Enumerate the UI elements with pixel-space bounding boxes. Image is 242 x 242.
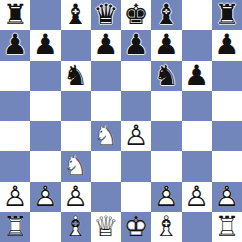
piece-white-pawn: ♟♙ <box>182 182 212 212</box>
piece-black-knight: ♞ <box>151 61 181 91</box>
square-a3[interactable] <box>0 151 30 181</box>
black-bishop-icon: ♝ <box>61 0 91 30</box>
white-king-icon: ♚ <box>121 212 151 242</box>
square-c5[interactable] <box>61 91 91 121</box>
piece-black-pawn: ♟ <box>0 30 30 60</box>
white-knight-outline-icon: ♘ <box>91 121 121 151</box>
piece-white-pawn: ♟♙ <box>61 182 91 212</box>
square-e5[interactable] <box>121 91 151 121</box>
square-h2[interactable]: ♟♙ <box>212 182 242 212</box>
piece-white-knight: ♞♘ <box>61 151 91 181</box>
square-b8[interactable] <box>30 0 60 30</box>
piece-white-bishop: ♝♗ <box>151 212 181 242</box>
square-c8[interactable]: ♝ <box>61 0 91 30</box>
black-knight-icon: ♞ <box>151 61 181 91</box>
piece-white-pawn: ♟♙ <box>30 182 60 212</box>
white-pawn-icon: ♟ <box>61 182 91 212</box>
black-pawn-icon: ♟ <box>91 30 121 60</box>
black-pawn-icon: ♟ <box>212 30 242 60</box>
piece-white-rook: ♜♖ <box>0 212 30 242</box>
piece-black-queen: ♛ <box>91 0 121 30</box>
square-c7[interactable] <box>61 30 91 60</box>
square-e3[interactable] <box>121 151 151 181</box>
square-e8[interactable]: ♚ <box>121 0 151 30</box>
piece-white-bishop: ♝♗ <box>61 212 91 242</box>
black-pawn-icon: ♟ <box>151 30 181 60</box>
white-pawn-icon: ♟ <box>212 182 242 212</box>
white-knight-outline-icon: ♘ <box>61 151 91 181</box>
black-knight-icon: ♞ <box>61 61 91 91</box>
square-a6[interactable] <box>0 61 30 91</box>
white-knight-icon: ♞ <box>61 151 91 181</box>
square-h4[interactable] <box>212 121 242 151</box>
square-a1[interactable]: ♜♖ <box>0 212 30 242</box>
square-a7[interactable]: ♟ <box>0 30 30 60</box>
piece-black-rook: ♜ <box>0 0 30 30</box>
white-rook-icon: ♜ <box>212 212 242 242</box>
piece-black-pawn: ♟ <box>182 61 212 91</box>
piece-black-bishop: ♝ <box>61 0 91 30</box>
square-a5[interactable] <box>0 91 30 121</box>
white-pawn-outline-icon: ♙ <box>121 121 151 151</box>
white-bishop-icon: ♝ <box>151 212 181 242</box>
square-f3[interactable] <box>151 151 181 181</box>
square-g6[interactable]: ♟ <box>182 61 212 91</box>
square-f2[interactable]: ♟♙ <box>151 182 181 212</box>
square-h3[interactable] <box>212 151 242 181</box>
square-g3[interactable] <box>182 151 212 181</box>
white-pawn-outline-icon: ♙ <box>61 182 91 212</box>
piece-white-pawn: ♟♙ <box>151 182 181 212</box>
white-knight-icon: ♞ <box>91 121 121 151</box>
square-d6[interactable] <box>91 61 121 91</box>
white-queen-icon: ♛ <box>91 212 121 242</box>
piece-black-pawn: ♟ <box>91 30 121 60</box>
piece-white-pawn: ♟♙ <box>212 182 242 212</box>
square-a8[interactable]: ♜ <box>0 0 30 30</box>
square-f1[interactable]: ♝♗ <box>151 212 181 242</box>
black-rook-icon: ♜ <box>0 0 30 30</box>
square-g7[interactable] <box>182 30 212 60</box>
square-g1[interactable] <box>182 212 212 242</box>
square-e6[interactable] <box>121 61 151 91</box>
square-f8[interactable]: ♝ <box>151 0 181 30</box>
white-pawn-outline-icon: ♙ <box>0 182 30 212</box>
square-h8[interactable]: ♜ <box>212 0 242 30</box>
black-queen-icon: ♛ <box>91 0 121 30</box>
white-pawn-outline-icon: ♙ <box>30 182 60 212</box>
square-a2[interactable]: ♟♙ <box>0 182 30 212</box>
square-e1[interactable]: ♚♔ <box>121 212 151 242</box>
white-pawn-outline-icon: ♙ <box>151 182 181 212</box>
square-h6[interactable] <box>212 61 242 91</box>
piece-white-pawn: ♟♙ <box>0 182 30 212</box>
piece-black-pawn: ♟ <box>212 30 242 60</box>
black-king-icon: ♚ <box>121 0 151 30</box>
square-c2[interactable]: ♟♙ <box>61 182 91 212</box>
piece-black-pawn: ♟ <box>151 30 181 60</box>
square-h1[interactable]: ♜♖ <box>212 212 242 242</box>
square-h5[interactable] <box>212 91 242 121</box>
square-d3[interactable] <box>91 151 121 181</box>
white-rook-icon: ♜ <box>0 212 30 242</box>
white-bishop-outline-icon: ♗ <box>61 212 91 242</box>
piece-white-king: ♚♔ <box>121 212 151 242</box>
piece-black-bishop: ♝ <box>151 0 181 30</box>
square-c3[interactable]: ♞♘ <box>61 151 91 181</box>
square-d4[interactable]: ♞♘ <box>91 121 121 151</box>
piece-white-queen: ♛♕ <box>91 212 121 242</box>
square-g4[interactable] <box>182 121 212 151</box>
white-rook-outline-icon: ♖ <box>0 212 30 242</box>
white-king-outline-icon: ♔ <box>121 212 151 242</box>
piece-white-knight: ♞♘ <box>91 121 121 151</box>
black-rook-icon: ♜ <box>212 0 242 30</box>
piece-black-king: ♚ <box>121 0 151 30</box>
black-bishop-icon: ♝ <box>151 0 181 30</box>
black-pawn-icon: ♟ <box>182 61 212 91</box>
square-f4[interactable] <box>151 121 181 151</box>
piece-white-rook: ♜♖ <box>212 212 242 242</box>
black-pawn-icon: ♟ <box>30 30 60 60</box>
square-b6[interactable] <box>30 61 60 91</box>
square-c1[interactable]: ♝♗ <box>61 212 91 242</box>
square-f6[interactable]: ♞ <box>151 61 181 91</box>
square-b1[interactable] <box>30 212 60 242</box>
square-f5[interactable] <box>151 91 181 121</box>
square-e4[interactable]: ♟♙ <box>121 121 151 151</box>
square-f7[interactable]: ♟ <box>151 30 181 60</box>
white-pawn-icon: ♟ <box>121 121 151 151</box>
white-rook-outline-icon: ♖ <box>212 212 242 242</box>
square-c4[interactable] <box>61 121 91 151</box>
white-pawn-icon: ♟ <box>151 182 181 212</box>
white-pawn-icon: ♟ <box>0 182 30 212</box>
white-bishop-icon: ♝ <box>61 212 91 242</box>
square-c6[interactable]: ♞ <box>61 61 91 91</box>
black-pawn-icon: ♟ <box>121 30 151 60</box>
chess-board: ♜♝♛♚♝♜♟♟♟♟♟♟♞♞♟♞♘♟♙♞♘♟♙♟♙♟♙♟♙♟♙♟♙♜♖♝♗♛♕♚… <box>0 0 242 242</box>
piece-black-rook: ♜ <box>212 0 242 30</box>
square-g8[interactable] <box>182 0 212 30</box>
square-b4[interactable] <box>30 121 60 151</box>
square-d2[interactable] <box>91 182 121 212</box>
piece-black-pawn: ♟ <box>30 30 60 60</box>
square-a4[interactable] <box>0 121 30 151</box>
square-g5[interactable] <box>182 91 212 121</box>
square-b7[interactable]: ♟ <box>30 30 60 60</box>
square-b3[interactable] <box>30 151 60 181</box>
white-queen-outline-icon: ♕ <box>91 212 121 242</box>
white-pawn-icon: ♟ <box>182 182 212 212</box>
piece-black-pawn: ♟ <box>121 30 151 60</box>
square-d1[interactable]: ♛♕ <box>91 212 121 242</box>
square-d5[interactable] <box>91 91 121 121</box>
piece-black-knight: ♞ <box>61 61 91 91</box>
white-pawn-icon: ♟ <box>30 182 60 212</box>
square-d7[interactable]: ♟ <box>91 30 121 60</box>
white-pawn-outline-icon: ♙ <box>212 182 242 212</box>
piece-white-pawn: ♟♙ <box>121 121 151 151</box>
square-g2[interactable]: ♟♙ <box>182 182 212 212</box>
square-e2[interactable] <box>121 182 151 212</box>
square-h7[interactable]: ♟ <box>212 30 242 60</box>
square-b2[interactable]: ♟♙ <box>30 182 60 212</box>
square-b5[interactable] <box>30 91 60 121</box>
black-pawn-icon: ♟ <box>0 30 30 60</box>
white-pawn-outline-icon: ♙ <box>182 182 212 212</box>
square-e7[interactable]: ♟ <box>121 30 151 60</box>
white-bishop-outline-icon: ♗ <box>151 212 181 242</box>
square-d8[interactable]: ♛ <box>91 0 121 30</box>
